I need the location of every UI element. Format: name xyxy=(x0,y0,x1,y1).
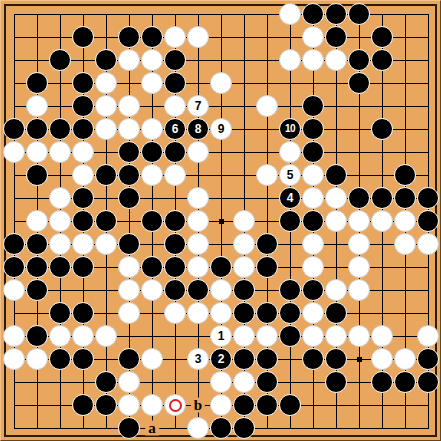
intersection-7-9 xyxy=(164,210,187,233)
intersection-2-2 xyxy=(49,49,72,72)
black-stone xyxy=(394,187,416,209)
intersection-4-18 xyxy=(95,417,118,440)
black-stone xyxy=(95,371,117,393)
intersection-15-9 xyxy=(348,210,371,233)
intersection-15-16 xyxy=(348,371,371,394)
intersection-8-10 xyxy=(187,233,210,256)
white-stone xyxy=(394,210,416,232)
intersection-10-18 xyxy=(233,417,256,440)
white-stone xyxy=(141,72,163,94)
intersection-5-8 xyxy=(118,187,141,210)
intersection-2-5 xyxy=(49,118,72,141)
intersection-12-4 xyxy=(279,95,302,118)
move-number-5: 5 xyxy=(287,169,294,181)
black-stone xyxy=(164,210,186,232)
intersection-15-4 xyxy=(348,95,371,118)
intersection-8-17: b xyxy=(187,394,210,417)
intersection-16-1 xyxy=(371,26,394,49)
intersection-3-6 xyxy=(72,141,95,164)
intersection-7-16 xyxy=(164,371,187,394)
intersection-12-1 xyxy=(279,26,302,49)
intersection-8-12 xyxy=(187,279,210,302)
intersection-4-8 xyxy=(95,187,118,210)
intersection-18-16 xyxy=(417,371,440,394)
intersection-4-7 xyxy=(95,164,118,187)
intersection-11-13 xyxy=(256,302,279,325)
intersection-14-2 xyxy=(325,49,348,72)
intersection-2-8 xyxy=(49,187,72,210)
black-stone xyxy=(233,394,255,416)
black-stone xyxy=(72,95,94,117)
black-stone: 4 xyxy=(279,187,301,209)
intersection-5-17 xyxy=(118,394,141,417)
black-stone xyxy=(118,233,140,255)
intersection-0-17 xyxy=(3,394,26,417)
white-stone: 3 xyxy=(187,348,209,370)
intersection-0-3 xyxy=(3,72,26,95)
intersection-7-10 xyxy=(164,233,187,256)
intersection-7-8 xyxy=(164,187,187,210)
intersection-17-1 xyxy=(394,26,417,49)
white-stone xyxy=(417,233,439,255)
intersection-8-7 xyxy=(187,164,210,187)
move-number-4: 4 xyxy=(287,192,294,204)
white-stone xyxy=(187,302,209,324)
intersection-13-10 xyxy=(302,233,325,256)
intersection-11-14 xyxy=(256,325,279,348)
intersection-17-14 xyxy=(394,325,417,348)
intersection-2-12 xyxy=(49,279,72,302)
intersection-16-10 xyxy=(371,233,394,256)
intersection-1-6 xyxy=(26,141,49,164)
black-stone xyxy=(417,187,439,209)
intersection-16-9 xyxy=(371,210,394,233)
move-number-1: 1 xyxy=(218,330,225,342)
intersection-3-11 xyxy=(72,256,95,279)
intersection-12-17 xyxy=(279,394,302,417)
black-stone: 2 xyxy=(210,348,232,370)
intersection-8-14 xyxy=(187,325,210,348)
move-number-7: 7 xyxy=(195,100,202,112)
intersection-6-7 xyxy=(141,164,164,187)
intersection-10-7 xyxy=(233,164,256,187)
intersection-15-10 xyxy=(348,233,371,256)
intersection-0-14 xyxy=(3,325,26,348)
intersection-4-6 xyxy=(95,141,118,164)
board-intersections: 76891054132ba xyxy=(3,3,440,440)
black-stone xyxy=(325,348,347,370)
black-stone xyxy=(26,164,48,186)
white-stone xyxy=(26,141,48,163)
black-stone xyxy=(233,279,255,301)
white-stone xyxy=(256,164,278,186)
intersection-0-2 xyxy=(3,49,26,72)
intersection-13-17 xyxy=(302,394,325,417)
white-stone xyxy=(417,325,439,347)
intersection-9-4 xyxy=(210,95,233,118)
intersection-9-5: 9 xyxy=(210,118,233,141)
intersection-17-17 xyxy=(394,394,417,417)
intersection-9-6 xyxy=(210,141,233,164)
intersection-1-10 xyxy=(26,233,49,256)
intersection-5-2 xyxy=(118,49,141,72)
intersection-3-1 xyxy=(72,26,95,49)
intersection-12-3 xyxy=(279,72,302,95)
intersection-14-13 xyxy=(325,302,348,325)
intersection-15-0 xyxy=(348,3,371,26)
intersection-10-10 xyxy=(233,233,256,256)
intersection-16-0 xyxy=(371,3,394,26)
white-stone xyxy=(302,49,324,71)
intersection-8-1 xyxy=(187,26,210,49)
white-stone xyxy=(118,118,140,140)
black-stone xyxy=(279,302,301,324)
intersection-13-6 xyxy=(302,141,325,164)
black-stone xyxy=(118,164,140,186)
black-stone xyxy=(72,72,94,94)
white-stone xyxy=(95,72,117,94)
intersection-6-14 xyxy=(141,325,164,348)
black-stone xyxy=(141,256,163,278)
black-stone xyxy=(371,26,393,48)
black-stone xyxy=(279,279,301,301)
intersection-17-3 xyxy=(394,72,417,95)
white-stone: 1 xyxy=(210,325,232,347)
intersection-18-1 xyxy=(417,26,440,49)
white-stone xyxy=(118,302,140,324)
black-stone xyxy=(394,164,416,186)
intersection-2-17 xyxy=(49,394,72,417)
star-point xyxy=(357,357,362,362)
black-stone xyxy=(256,348,278,370)
intersection-17-7 xyxy=(394,164,417,187)
intersection-11-16 xyxy=(256,371,279,394)
intersection-1-12 xyxy=(26,279,49,302)
intersection-16-13 xyxy=(371,302,394,325)
black-stone xyxy=(256,394,278,416)
intersection-16-8 xyxy=(371,187,394,210)
intersection-3-10 xyxy=(72,233,95,256)
black-stone xyxy=(164,233,186,255)
intersection-4-5 xyxy=(95,118,118,141)
star-point xyxy=(219,219,224,224)
intersection-9-11 xyxy=(210,256,233,279)
intersection-11-2 xyxy=(256,49,279,72)
intersection-16-3 xyxy=(371,72,394,95)
white-stone xyxy=(233,371,255,393)
intersection-12-10 xyxy=(279,233,302,256)
white-stone xyxy=(302,302,324,324)
white-stone xyxy=(141,394,163,416)
intersection-0-18 xyxy=(3,417,26,440)
intersection-15-1 xyxy=(348,26,371,49)
white-stone xyxy=(141,118,163,140)
intersection-16-12 xyxy=(371,279,394,302)
white-stone: 9 xyxy=(210,118,232,140)
white-stone xyxy=(187,256,209,278)
black-stone xyxy=(141,210,163,232)
intersection-10-5 xyxy=(233,118,256,141)
intersection-16-11 xyxy=(371,256,394,279)
black-stone xyxy=(72,348,94,370)
white-stone xyxy=(49,187,71,209)
intersection-18-0 xyxy=(417,3,440,26)
intersection-17-4 xyxy=(394,95,417,118)
intersection-10-6 xyxy=(233,141,256,164)
intersection-8-5: 8 xyxy=(187,118,210,141)
intersection-6-16 xyxy=(141,371,164,394)
intersection-0-13 xyxy=(3,302,26,325)
intersection-4-16 xyxy=(95,371,118,394)
intersection-16-5 xyxy=(371,118,394,141)
intersection-10-14 xyxy=(233,325,256,348)
intersection-18-13 xyxy=(417,302,440,325)
white-stone xyxy=(187,417,209,439)
intersection-11-7 xyxy=(256,164,279,187)
white-stone xyxy=(187,210,209,232)
white-stone xyxy=(187,141,209,163)
intersection-17-0 xyxy=(394,3,417,26)
white-stone xyxy=(118,394,140,416)
intersection-14-4 xyxy=(325,95,348,118)
black-stone xyxy=(348,72,370,94)
intersection-7-17 xyxy=(164,394,187,417)
black-stone xyxy=(302,118,324,140)
intersection-14-12 xyxy=(325,279,348,302)
intersection-9-2 xyxy=(210,49,233,72)
intersection-6-12 xyxy=(141,279,164,302)
white-stone xyxy=(26,95,48,117)
white-stone xyxy=(118,279,140,301)
intersection-10-16 xyxy=(233,371,256,394)
black-stone xyxy=(348,49,370,71)
intersection-3-3 xyxy=(72,72,95,95)
black-stone xyxy=(26,325,48,347)
intersection-3-17 xyxy=(72,394,95,417)
intersection-6-13 xyxy=(141,302,164,325)
intersection-10-15 xyxy=(233,348,256,371)
intersection-3-13 xyxy=(72,302,95,325)
intersection-6-15 xyxy=(141,348,164,371)
intersection-13-9 xyxy=(302,210,325,233)
intersection-2-4 xyxy=(49,95,72,118)
white-stone xyxy=(3,141,25,163)
intersection-14-8 xyxy=(325,187,348,210)
black-stone xyxy=(417,371,439,393)
white-stone xyxy=(302,164,324,186)
point-label-a: a xyxy=(145,421,159,436)
intersection-2-1 xyxy=(49,26,72,49)
black-stone xyxy=(325,26,347,48)
white-stone xyxy=(325,49,347,71)
intersection-7-14 xyxy=(164,325,187,348)
black-stone xyxy=(49,348,71,370)
black-stone xyxy=(210,256,232,278)
intersection-11-18 xyxy=(256,417,279,440)
intersection-10-17 xyxy=(233,394,256,417)
intersection-5-5 xyxy=(118,118,141,141)
intersection-6-18: a xyxy=(141,417,164,440)
intersection-13-7 xyxy=(302,164,325,187)
intersection-2-6 xyxy=(49,141,72,164)
white-stone xyxy=(302,325,324,347)
black-stone xyxy=(118,141,140,163)
intersection-12-2 xyxy=(279,49,302,72)
intersection-5-11 xyxy=(118,256,141,279)
white-stone xyxy=(118,95,140,117)
intersection-13-18 xyxy=(302,417,325,440)
intersection-5-16 xyxy=(118,371,141,394)
white-stone xyxy=(279,3,301,25)
intersection-16-6 xyxy=(371,141,394,164)
intersection-5-12 xyxy=(118,279,141,302)
intersection-17-8 xyxy=(394,187,417,210)
intersection-15-11 xyxy=(348,256,371,279)
intersection-18-10 xyxy=(417,233,440,256)
black-stone xyxy=(118,417,140,439)
white-stone xyxy=(95,95,117,117)
intersection-7-5: 6 xyxy=(164,118,187,141)
black-stone: 8 xyxy=(187,118,209,140)
intersection-13-1 xyxy=(302,26,325,49)
white-stone xyxy=(233,233,255,255)
intersection-15-18 xyxy=(348,417,371,440)
intersection-18-11 xyxy=(417,256,440,279)
intersection-8-9 xyxy=(187,210,210,233)
intersection-13-0 xyxy=(302,3,325,26)
intersection-11-9 xyxy=(256,210,279,233)
intersection-9-15: 2 xyxy=(210,348,233,371)
white-stone xyxy=(49,233,71,255)
intersection-7-0 xyxy=(164,3,187,26)
intersection-2-18 xyxy=(49,417,72,440)
black-stone xyxy=(49,49,71,71)
intersection-18-17 xyxy=(417,394,440,417)
intersection-12-0 xyxy=(279,3,302,26)
intersection-5-9 xyxy=(118,210,141,233)
black-stone xyxy=(256,233,278,255)
intersection-3-9 xyxy=(72,210,95,233)
intersection-0-4 xyxy=(3,95,26,118)
white-stone xyxy=(49,325,71,347)
black-stone xyxy=(417,210,439,232)
black-stone xyxy=(348,187,370,209)
black-stone xyxy=(164,141,186,163)
intersection-6-4 xyxy=(141,95,164,118)
black-stone xyxy=(72,187,94,209)
intersection-1-1 xyxy=(26,26,49,49)
intersection-4-17 xyxy=(95,394,118,417)
black-stone xyxy=(26,233,48,255)
black-stone xyxy=(141,26,163,48)
intersection-15-15 xyxy=(348,348,371,371)
intersection-3-5 xyxy=(72,118,95,141)
intersection-11-10 xyxy=(256,233,279,256)
black-stone: 6 xyxy=(164,118,186,140)
black-stone xyxy=(49,118,71,140)
white-stone xyxy=(348,279,370,301)
intersection-6-3 xyxy=(141,72,164,95)
white-stone xyxy=(49,141,71,163)
white-stone xyxy=(210,72,232,94)
black-stone xyxy=(302,210,324,232)
intersection-8-18 xyxy=(187,417,210,440)
intersection-9-7 xyxy=(210,164,233,187)
black-stone xyxy=(302,279,324,301)
intersection-9-12 xyxy=(210,279,233,302)
intersection-2-7 xyxy=(49,164,72,187)
black-stone xyxy=(72,26,94,48)
intersection-12-15 xyxy=(279,348,302,371)
intersection-12-8: 4 xyxy=(279,187,302,210)
intersection-13-11 xyxy=(302,256,325,279)
intersection-4-14 xyxy=(95,325,118,348)
intersection-13-2 xyxy=(302,49,325,72)
white-stone xyxy=(210,279,232,301)
intersection-1-7 xyxy=(26,164,49,187)
black-stone xyxy=(302,141,324,163)
white-stone xyxy=(210,394,232,416)
white-stone: 7 xyxy=(187,95,209,117)
intersection-10-12 xyxy=(233,279,256,302)
intersection-6-2 xyxy=(141,49,164,72)
intersection-4-10 xyxy=(95,233,118,256)
white-stone xyxy=(256,325,278,347)
intersection-16-18 xyxy=(371,417,394,440)
intersection-11-15 xyxy=(256,348,279,371)
white-stone xyxy=(187,187,209,209)
intersection-8-3 xyxy=(187,72,210,95)
intersection-8-4: 7 xyxy=(187,95,210,118)
black-stone xyxy=(95,49,117,71)
white-stone xyxy=(279,141,301,163)
intersection-17-9 xyxy=(394,210,417,233)
white-stone xyxy=(302,256,324,278)
intersection-6-10 xyxy=(141,233,164,256)
intersection-2-14 xyxy=(49,325,72,348)
black-stone xyxy=(233,302,255,324)
white-stone xyxy=(325,325,347,347)
white-stone xyxy=(233,256,255,278)
intersection-8-11 xyxy=(187,256,210,279)
intersection-9-13 xyxy=(210,302,233,325)
white-stone xyxy=(279,49,301,71)
intersection-3-15 xyxy=(72,348,95,371)
intersection-14-9 xyxy=(325,210,348,233)
intersection-4-15 xyxy=(95,348,118,371)
black-stone xyxy=(26,279,48,301)
white-stone xyxy=(302,233,324,255)
intersection-18-2 xyxy=(417,49,440,72)
intersection-1-3 xyxy=(26,72,49,95)
intersection-6-6 xyxy=(141,141,164,164)
intersection-12-18 xyxy=(279,417,302,440)
intersection-18-18 xyxy=(417,417,440,440)
intersection-9-16 xyxy=(210,371,233,394)
intersection-15-3 xyxy=(348,72,371,95)
white-stone xyxy=(348,233,370,255)
intersection-5-14 xyxy=(118,325,141,348)
intersection-15-7 xyxy=(348,164,371,187)
black-stone xyxy=(371,187,393,209)
intersection-17-2 xyxy=(394,49,417,72)
intersection-12-7: 5 xyxy=(279,164,302,187)
intersection-1-18 xyxy=(26,417,49,440)
white-stone xyxy=(394,233,416,255)
intersection-0-11 xyxy=(3,256,26,279)
intersection-13-16 xyxy=(302,371,325,394)
intersection-0-16 xyxy=(3,371,26,394)
